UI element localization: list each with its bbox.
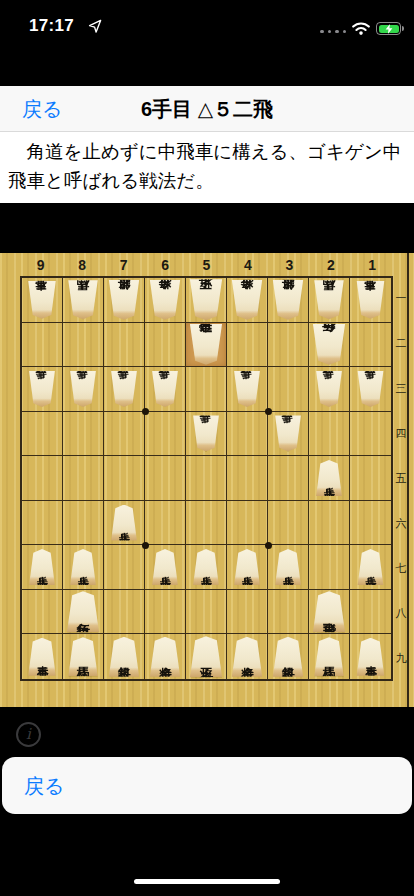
board-cell: [186, 501, 227, 546]
board-cell: 歩兵: [104, 367, 145, 412]
shogi-piece-gote: 歩兵: [110, 371, 138, 407]
board-cell: [22, 456, 63, 501]
board-cell: 飛車: [309, 590, 350, 635]
rank-label: 二: [394, 321, 408, 366]
rank-labels: 一二三四五六七八九: [394, 276, 408, 681]
shogi-piece-gote: 角行: [312, 324, 347, 365]
star-point: [142, 542, 149, 549]
star-point: [142, 408, 149, 415]
shogi-piece-gote: 金将: [231, 280, 264, 320]
navigation-bar: 戻る 6手目 △５二飛: [0, 86, 414, 132]
lightning-bolt-icon: [384, 24, 394, 34]
board-cell: 桂馬: [63, 634, 104, 679]
board-cell: [22, 501, 63, 546]
rank-label: 五: [394, 456, 408, 501]
board-cell: [268, 323, 309, 368]
board-cell: [309, 545, 350, 590]
file-label: 4: [227, 253, 268, 276]
wifi-icon: [352, 22, 370, 35]
board-cell: 歩兵: [227, 367, 268, 412]
board-cell: [227, 323, 268, 368]
file-label: 3: [269, 253, 310, 276]
rank-label: 四: [394, 411, 408, 456]
move-description: 角道を止めずに中飛車に構える、ゴキゲン中飛車と呼ばれる戦法だ。: [0, 132, 414, 203]
file-label: 1: [352, 253, 393, 276]
shogi-piece-sente: 歩兵: [315, 460, 343, 496]
shogi-piece-gote: 桂馬: [67, 280, 99, 319]
shogi-piece-sente: 角行: [66, 591, 101, 632]
shogi-piece-sente: 金将: [149, 637, 182, 677]
shogi-piece-sente: 銀将: [108, 637, 141, 677]
board-cell: [309, 501, 350, 546]
cellular-signal-icon: [320, 30, 346, 34]
board-cell: 歩兵: [186, 545, 227, 590]
board-cell: [145, 501, 186, 546]
shogi-piece-gote: 王将: [189, 279, 224, 320]
board-cell: 歩兵: [186, 412, 227, 457]
file-label: 7: [103, 253, 144, 276]
board-cell: [268, 501, 309, 546]
board-cell: 桂馬: [63, 278, 104, 323]
shogi-piece-gote: 歩兵: [233, 371, 261, 407]
board-cell: 香車: [350, 278, 391, 323]
shogi-piece-sente: 香車: [356, 638, 386, 676]
shogi-piece-gote: 香車: [27, 281, 57, 319]
status-bar: 17:17: [0, 0, 414, 86]
shogi-piece-sente: 金将: [231, 637, 264, 677]
shogi-piece-gote: 歩兵: [192, 415, 220, 451]
board-edge-line: [407, 253, 409, 707]
shogi-piece-sente: 歩兵: [233, 549, 261, 585]
file-label: 6: [144, 253, 185, 276]
board-cell: [104, 456, 145, 501]
file-labels: 987654321: [20, 253, 393, 276]
shogi-piece-sente: 歩兵: [192, 549, 220, 585]
board-cell: 銀将: [268, 278, 309, 323]
shogi-piece-sente: 歩兵: [28, 549, 56, 585]
shogi-piece-sente: 玉将: [189, 636, 224, 677]
board-cell: [63, 412, 104, 457]
rank-label: 九: [394, 636, 408, 681]
board-cell: [104, 590, 145, 635]
board-cell: [22, 323, 63, 368]
board-cell: [350, 456, 391, 501]
board-cell: 歩兵: [22, 545, 63, 590]
shogi-piece-sente: 歩兵: [151, 549, 179, 585]
board-cell: [22, 590, 63, 635]
board-cell: 歩兵: [350, 545, 391, 590]
board-cell: 銀将: [104, 634, 145, 679]
board-cell: [350, 590, 391, 635]
battery-charging-icon: [376, 22, 404, 35]
board-cell: 桂馬: [309, 278, 350, 323]
shogi-piece-sente: 歩兵: [69, 549, 97, 585]
info-button[interactable]: i: [16, 722, 41, 747]
shogi-board: 987654321 香車桂馬銀将金将王将金将銀将桂馬香車飛車角行歩兵歩兵歩兵歩兵…: [0, 253, 414, 707]
board-cell: [350, 412, 391, 457]
rank-label: 七: [394, 546, 408, 591]
board-cell: 角行: [63, 590, 104, 635]
rank-label: 一: [394, 276, 408, 321]
star-point: [265, 408, 272, 415]
shogi-piece-gote: 銀将: [272, 280, 305, 320]
shogi-piece-sente: 歩兵: [274, 549, 302, 585]
board-cell: [227, 590, 268, 635]
board-cell: 歩兵: [104, 501, 145, 546]
board-cell: [268, 367, 309, 412]
board-cell: [104, 412, 145, 457]
shogi-piece-sente: 歩兵: [357, 549, 385, 585]
clock: 17:17: [29, 16, 74, 36]
shogi-piece-sente: 飛車: [312, 591, 347, 632]
board-cell: 金将: [145, 634, 186, 679]
file-label: 2: [310, 253, 351, 276]
board-cell: 金将: [227, 278, 268, 323]
home-indicator[interactable]: [134, 879, 280, 884]
board-cell: 歩兵: [268, 545, 309, 590]
app-screen: 17:17 戻る 6手目 △５二飛: [0, 0, 414, 896]
board-cell: [145, 323, 186, 368]
shogi-piece-gote: 歩兵: [274, 415, 302, 451]
board-cell: 香車: [22, 278, 63, 323]
board-cell: [104, 545, 145, 590]
board-cell: [268, 456, 309, 501]
board-cell: [186, 367, 227, 412]
board-cell: 歩兵: [309, 367, 350, 412]
board-cell: 歩兵: [309, 456, 350, 501]
bottom-back-button[interactable]: 戻る: [24, 772, 64, 799]
page-title: 6手目 △５二飛: [0, 95, 414, 122]
board-cell: [227, 456, 268, 501]
board-cell: 香車: [22, 634, 63, 679]
shogi-piece-gote: 歩兵: [315, 371, 343, 407]
board-cell: 香車: [350, 634, 391, 679]
board-cell: [145, 456, 186, 501]
board-cell: [104, 323, 145, 368]
board-cell: [22, 412, 63, 457]
shogi-piece-sente: 桂馬: [313, 637, 345, 676]
rank-label: 八: [394, 591, 408, 636]
board-cell: [186, 590, 227, 635]
shogi-piece-gote: 歩兵: [357, 371, 385, 407]
shogi-piece-gote: 歩兵: [151, 371, 179, 407]
shogi-piece-sente: 香車: [27, 638, 57, 676]
board-cell: 角行: [309, 323, 350, 368]
shogi-piece-sente: 銀将: [272, 637, 305, 677]
description-line: 飛車と呼ばれる戦法だ。: [8, 166, 406, 195]
board-cell: 歩兵: [350, 367, 391, 412]
board-cell: [350, 323, 391, 368]
rank-label: 三: [394, 366, 408, 411]
shogi-piece-sente: 歩兵: [110, 505, 138, 541]
board-cell: [268, 590, 309, 635]
board-cell: 歩兵: [268, 412, 309, 457]
board-cell: 歩兵: [145, 367, 186, 412]
info-icon: i: [26, 727, 31, 742]
board-cell: 歩兵: [145, 545, 186, 590]
board-cell: [227, 501, 268, 546]
shogi-piece-gote: 歩兵: [28, 371, 56, 407]
board-cell: 歩兵: [63, 545, 104, 590]
shogi-piece-gote: 桂馬: [313, 280, 345, 319]
description-line: 角道を止めずに中飛車に構える、ゴキゲン中: [8, 137, 406, 166]
board-grid: 香車桂馬銀将金将王将金将銀将桂馬香車飛車角行歩兵歩兵歩兵歩兵歩兵歩兵歩兵歩兵歩兵…: [20, 276, 393, 681]
board-cell: [63, 323, 104, 368]
board-cell: 王将: [186, 278, 227, 323]
board-cell: 銀将: [268, 634, 309, 679]
board-cell: [227, 412, 268, 457]
board-cell: [145, 590, 186, 635]
board-cell: [63, 501, 104, 546]
shogi-piece-gote: 金将: [149, 280, 182, 320]
board-cell: 歩兵: [22, 367, 63, 412]
board-cell: [63, 456, 104, 501]
bottom-toolbar: 戻る: [2, 757, 412, 814]
shogi-piece-gote: 香車: [356, 281, 386, 319]
rank-label: 六: [394, 501, 408, 546]
board-cell: 歩兵: [227, 545, 268, 590]
file-label: 5: [186, 253, 227, 276]
board-cell: 玉将: [186, 634, 227, 679]
board-cell: [309, 412, 350, 457]
board-cell: 金将: [227, 634, 268, 679]
board-cell: 金将: [145, 278, 186, 323]
board-cell: [145, 412, 186, 457]
board-cell: [186, 456, 227, 501]
shogi-piece-sente: 桂馬: [67, 637, 99, 676]
last-move-cell: 飛車: [186, 323, 227, 368]
board-cell: [350, 501, 391, 546]
shogi-piece-gote: 銀将: [108, 280, 141, 320]
board-cell: 桂馬: [309, 634, 350, 679]
file-label: 9: [20, 253, 61, 276]
star-point: [265, 542, 272, 549]
board-cell: 銀将: [104, 278, 145, 323]
location-arrow-icon: [88, 19, 102, 33]
file-label: 8: [61, 253, 102, 276]
board-cell: 歩兵: [63, 367, 104, 412]
shogi-piece-gote: 飛車: [189, 324, 224, 365]
shogi-piece-gote: 歩兵: [69, 371, 97, 407]
